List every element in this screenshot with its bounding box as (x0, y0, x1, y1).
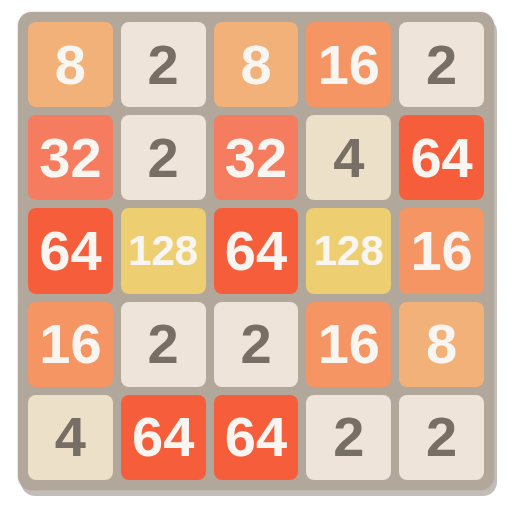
tile-r3c5-16: 16 (399, 208, 484, 293)
tile-r1c3-8: 8 (214, 22, 299, 107)
tile-r4c2-2: 2 (121, 302, 206, 387)
tile-r3c1-64: 64 (28, 208, 113, 293)
tile-r2c4-4: 4 (306, 115, 391, 200)
tile-r4c3-2: 2 (214, 302, 299, 387)
board-2048[interactable]: 8281623223246464128641281616221684646422 (18, 12, 494, 490)
tile-r3c2-128: 128 (121, 208, 206, 293)
tile-r2c5-64: 64 (399, 115, 484, 200)
tile-r4c1-16: 16 (28, 302, 113, 387)
tile-r3c3-64: 64 (214, 208, 299, 293)
tile-r5c1-4: 4 (28, 395, 113, 480)
tile-r5c5-2: 2 (399, 395, 484, 480)
tile-r4c4-16: 16 (306, 302, 391, 387)
tile-r4c5-8: 8 (399, 302, 484, 387)
tile-r2c2-2: 2 (121, 115, 206, 200)
tile-r2c1-32: 32 (28, 115, 113, 200)
tile-r1c4-16: 16 (306, 22, 391, 107)
tile-r1c2-2: 2 (121, 22, 206, 107)
tile-r5c3-64: 64 (214, 395, 299, 480)
tile-r2c3-32: 32 (214, 115, 299, 200)
tile-r3c4-128: 128 (306, 208, 391, 293)
tile-r1c1-8: 8 (28, 22, 113, 107)
game-stage: 8281623223246464128641281616221684646422 (0, 0, 512, 512)
tile-r5c2-64: 64 (121, 395, 206, 480)
tile-r1c5-2: 2 (399, 22, 484, 107)
tile-r5c4-2: 2 (306, 395, 391, 480)
